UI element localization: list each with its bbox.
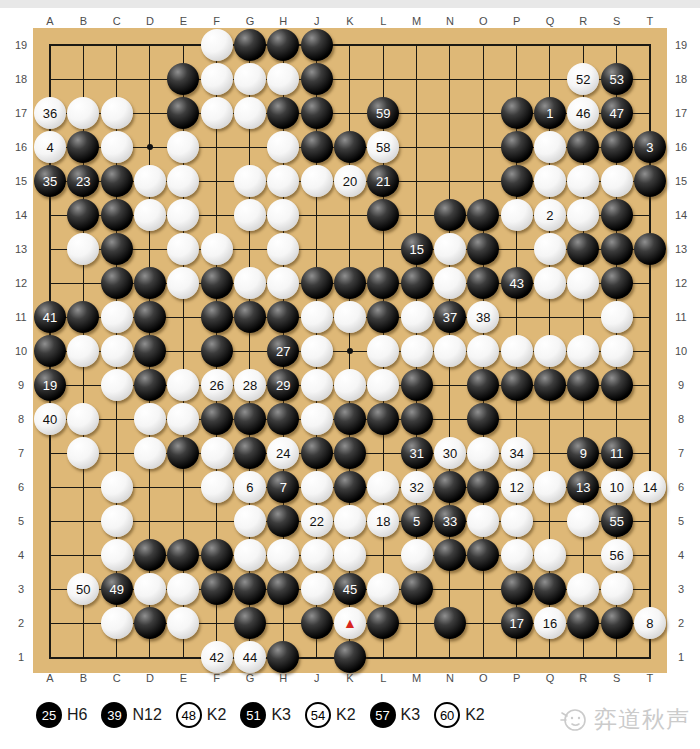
stone-J3: [301, 573, 333, 605]
stone-G15: [234, 165, 266, 197]
move-number: 45: [343, 583, 357, 596]
stone-F11: [201, 301, 233, 333]
move-number: 6: [246, 481, 253, 494]
caption-point-54: K2: [336, 706, 356, 724]
stone-P7: 34: [501, 437, 533, 469]
triangle-mark: ▲: [343, 616, 357, 630]
stone-J5: 22: [301, 505, 333, 537]
stone-P9: [501, 369, 533, 401]
stone-P5: [501, 505, 533, 537]
stone-M9: [401, 369, 433, 401]
stone-G14: [234, 199, 266, 231]
stone-G6: 6: [234, 471, 266, 503]
stone-F19: [201, 29, 233, 61]
coord-bottom-H: H: [279, 672, 287, 684]
coord-right-2: 2: [678, 617, 684, 629]
coord-left-13: 13: [15, 243, 27, 255]
coord-left-3: 3: [18, 583, 24, 595]
stone-S11: [601, 301, 633, 333]
stone-D10: [134, 335, 166, 367]
coord-right-8: 8: [678, 413, 684, 425]
stone-S10: [601, 335, 633, 367]
stone-S6: 10: [601, 471, 633, 503]
stone-M10: [401, 335, 433, 367]
stone-A15: 35: [34, 165, 66, 197]
stone-K11: [334, 301, 366, 333]
stone-P12: 43: [501, 267, 533, 299]
coord-right-19: 19: [675, 39, 687, 51]
stone-S9: [601, 369, 633, 401]
caption-stone-48: 48: [176, 702, 202, 728]
coord-top-R: R: [579, 15, 587, 27]
coord-right-4: 4: [678, 549, 684, 561]
stone-N6: [434, 471, 466, 503]
stone-N4: [434, 539, 466, 571]
go-diagram-page: AABBCCDDEEFFGGHHJJKKLLMMNNOOPPQQRRSSTT19…: [0, 0, 700, 749]
stone-S2: [601, 607, 633, 639]
coord-bottom-S: S: [613, 672, 620, 684]
stone-C17: [101, 97, 133, 129]
move-number: 50: [76, 583, 90, 596]
stone-M12: [401, 267, 433, 299]
stone-A8: 40: [34, 403, 66, 435]
stone-Q16: [534, 131, 566, 163]
caption-stone-54: 54: [305, 702, 331, 728]
stone-Q6: [534, 471, 566, 503]
coord-right-12: 12: [675, 277, 687, 289]
stone-K16: [334, 131, 366, 163]
stone-N10: [434, 335, 466, 367]
coord-right-10: 10: [675, 345, 687, 357]
move-number: 38: [476, 311, 490, 324]
stone-K6: [334, 471, 366, 503]
stone-G7: [234, 437, 266, 469]
move-number: 31: [409, 447, 423, 460]
caption-stone-39: 39: [101, 702, 127, 728]
coord-left-2: 2: [18, 617, 24, 629]
coord-bottom-F: F: [213, 672, 220, 684]
star-point-D16: [147, 144, 153, 150]
caption-point-48: K2: [207, 706, 227, 724]
move-number: 49: [109, 583, 123, 596]
stone-C12: [101, 267, 133, 299]
stone-Q15: [534, 165, 566, 197]
caption-point-51: K3: [271, 706, 291, 724]
coord-bottom-J: J: [314, 672, 320, 684]
stone-M13: 15: [401, 233, 433, 265]
move-number: 37: [443, 311, 457, 324]
stone-G8: [234, 403, 266, 435]
stone-K2: ▲: [334, 607, 366, 639]
stone-J7: [301, 437, 333, 469]
move-number: 42: [209, 651, 223, 664]
move-number: 32: [409, 481, 423, 494]
move-number: 2: [546, 209, 553, 222]
stone-D7: [134, 437, 166, 469]
move-number: 56: [609, 549, 623, 562]
coord-left-18: 18: [15, 73, 27, 85]
stone-G2: [234, 607, 266, 639]
caption-stone-57: 57: [370, 702, 396, 728]
coord-top-T: T: [647, 15, 654, 27]
move-number: 22: [309, 515, 323, 528]
coord-top-G: G: [246, 15, 255, 27]
stone-N11: 37: [434, 301, 466, 333]
stone-G11: [234, 301, 266, 333]
coord-top-J: J: [314, 15, 320, 27]
move-number: 16: [543, 617, 557, 630]
stone-S15: [601, 165, 633, 197]
move-number: 8: [646, 617, 653, 630]
move-number: 14: [643, 481, 657, 494]
move-number: 26: [209, 379, 223, 392]
coord-top-O: O: [479, 15, 488, 27]
stone-C15: [101, 165, 133, 197]
stone-M5: 5: [401, 505, 433, 537]
coord-top-D: D: [146, 15, 154, 27]
stone-S16: [601, 131, 633, 163]
move-number: 58: [376, 141, 390, 154]
coord-bottom-N: N: [446, 672, 454, 684]
coord-right-16: 16: [675, 141, 687, 153]
stone-A9: 19: [34, 369, 66, 401]
stone-F12: [201, 267, 233, 299]
stone-S17: 47: [601, 97, 633, 129]
move-number: 46: [576, 107, 590, 120]
move-number: 3: [646, 141, 653, 154]
coord-top-P: P: [513, 15, 520, 27]
coord-top-E: E: [180, 15, 187, 27]
stone-F1: 42: [201, 641, 233, 673]
stone-D4: [134, 539, 166, 571]
stone-F18: [201, 63, 233, 95]
stone-M3: [401, 573, 433, 605]
coord-top-F: F: [213, 15, 220, 27]
stone-P2: 17: [501, 607, 533, 639]
stone-Q2: 16: [534, 607, 566, 639]
stone-J16: [301, 131, 333, 163]
stone-T16: 3: [634, 131, 666, 163]
stone-K5: [334, 505, 366, 537]
stone-S4: 56: [601, 539, 633, 571]
caption-point-57: K3: [401, 706, 421, 724]
stone-N7: 30: [434, 437, 466, 469]
stone-F13: [201, 233, 233, 265]
stone-K1: [334, 641, 366, 673]
coord-left-4: 4: [18, 549, 24, 561]
move-number: 1: [546, 107, 553, 120]
move-number: 21: [376, 175, 390, 188]
stone-A17: 36: [34, 97, 66, 129]
stone-Q3: [534, 573, 566, 605]
caption-stone-51: 51: [240, 702, 266, 728]
move-number: 17: [509, 617, 523, 630]
move-number: 43: [509, 277, 523, 290]
stone-F17: [201, 97, 233, 129]
move-number: 40: [43, 413, 57, 426]
coord-bottom-C: C: [113, 672, 121, 684]
stone-J15: [301, 165, 333, 197]
stone-S14: [601, 199, 633, 231]
stone-T6: 14: [634, 471, 666, 503]
coord-right-1: 1: [678, 651, 684, 663]
coord-bottom-L: L: [380, 672, 386, 684]
move-number: 9: [580, 447, 587, 460]
stone-Q4: [534, 539, 566, 571]
coord-top-N: N: [446, 15, 454, 27]
coord-right-7: 7: [678, 447, 684, 459]
stone-N13: [434, 233, 466, 265]
coord-left-6: 6: [18, 481, 24, 493]
stone-A11: 41: [34, 301, 66, 333]
caption-stone-25: 25: [36, 702, 62, 728]
stone-K9: [334, 369, 366, 401]
coord-right-13: 13: [675, 243, 687, 255]
move-number: 5: [413, 515, 420, 528]
stone-K7: [334, 437, 366, 469]
stone-C6: [101, 471, 133, 503]
coord-left-8: 8: [18, 413, 24, 425]
stone-C9: [101, 369, 133, 401]
coord-bottom-A: A: [46, 672, 53, 684]
stone-M4: [401, 539, 433, 571]
logo: 弈道秋声: [558, 703, 690, 735]
stone-M8: [401, 403, 433, 435]
coord-top-A: A: [46, 15, 53, 27]
stone-D8: [134, 403, 166, 435]
stone-F7: [201, 437, 233, 469]
coord-left-7: 7: [18, 447, 24, 459]
coord-left-15: 15: [15, 175, 27, 187]
stone-N12: [434, 267, 466, 299]
caption-moves: 25H639N1248K251K354K257K360K2: [36, 701, 499, 729]
stone-D11: [134, 301, 166, 333]
coord-bottom-T: T: [647, 672, 654, 684]
move-number: 12: [509, 481, 523, 494]
stone-S7: 11: [601, 437, 633, 469]
coord-bottom-D: D: [146, 672, 154, 684]
stone-K4: [334, 539, 366, 571]
move-number: 30: [443, 447, 457, 460]
stone-C2: [101, 607, 133, 639]
stone-S5: 55: [601, 505, 633, 537]
stone-A10: [34, 335, 66, 367]
stone-J11: [301, 301, 333, 333]
stone-G18: [234, 63, 266, 95]
stone-Q12: [534, 267, 566, 299]
top-divider: [0, 0, 700, 8]
coord-top-B: B: [80, 15, 87, 27]
stone-G17: [234, 97, 266, 129]
stone-Q10: [534, 335, 566, 367]
move-number: 4: [46, 141, 53, 154]
stone-S3: [601, 573, 633, 605]
coord-top-M: M: [412, 15, 421, 27]
coord-left-17: 17: [15, 107, 27, 119]
stone-D15: [134, 165, 166, 197]
stone-N2: [434, 607, 466, 639]
move-number: 19: [43, 379, 57, 392]
stone-K12: [334, 267, 366, 299]
coord-top-C: C: [113, 15, 121, 27]
coord-right-17: 17: [675, 107, 687, 119]
move-number: 47: [609, 107, 623, 120]
stone-Q9: [534, 369, 566, 401]
stone-G3: [234, 573, 266, 605]
stone-G9: 28: [234, 369, 266, 401]
coord-top-L: L: [380, 15, 386, 27]
stone-P17: [501, 97, 533, 129]
stone-N14: [434, 199, 466, 231]
coord-left-5: 5: [18, 515, 24, 527]
stone-C14: [101, 199, 133, 231]
stone-T13: [634, 233, 666, 265]
coord-bottom-E: E: [180, 672, 187, 684]
stone-T2: 8: [634, 607, 666, 639]
stone-C5: [101, 505, 133, 537]
stone-P3: [501, 573, 533, 605]
stone-J19: [301, 29, 333, 61]
caption-point-25: H6: [67, 706, 87, 724]
move-number: 18: [376, 515, 390, 528]
move-number: 34: [509, 447, 523, 460]
coord-right-6: 6: [678, 481, 684, 493]
stone-M6: 32: [401, 471, 433, 503]
move-number: 15: [409, 243, 423, 256]
stone-F10: [201, 335, 233, 367]
stone-J9: [301, 369, 333, 401]
stone-F6: [201, 471, 233, 503]
logo-text: 弈道秋声: [594, 704, 690, 735]
coord-right-15: 15: [675, 175, 687, 187]
coord-left-19: 19: [15, 39, 27, 51]
move-number: 44: [243, 651, 257, 664]
star-point-K10: [347, 348, 353, 354]
coord-left-12: 12: [15, 277, 27, 289]
coord-left-14: 14: [15, 209, 27, 221]
stone-S18: 53: [601, 63, 633, 95]
stone-J6: [301, 471, 333, 503]
stone-D2: [134, 607, 166, 639]
stone-G5: [234, 505, 266, 537]
move-number: 52: [576, 73, 590, 86]
stone-J17: [301, 97, 333, 129]
stone-F3: [201, 573, 233, 605]
coord-right-9: 9: [678, 379, 684, 391]
stone-K15: 20: [334, 165, 366, 197]
stone-P15: [501, 165, 533, 197]
stone-C16: [101, 131, 133, 163]
stone-J8: [301, 403, 333, 435]
coord-right-11: 11: [675, 311, 686, 323]
coord-bottom-O: O: [479, 672, 488, 684]
move-number: 10: [609, 481, 623, 494]
move-number: 23: [76, 175, 90, 188]
stone-A16: 4: [34, 131, 66, 163]
coord-right-5: 5: [678, 515, 684, 527]
stone-G4: [234, 539, 266, 571]
move-number: 29: [276, 379, 290, 392]
stone-S13: [601, 233, 633, 265]
stone-J10: [301, 335, 333, 367]
move-number: 59: [376, 107, 390, 120]
stone-F4: [201, 539, 233, 571]
stone-D12: [134, 267, 166, 299]
move-number: 33: [443, 515, 457, 528]
stone-G1: 44: [234, 641, 266, 673]
stone-P6: 12: [501, 471, 533, 503]
stone-P14: [501, 199, 533, 231]
stone-D3: [134, 573, 166, 605]
stone-F8: [201, 403, 233, 435]
stone-G19: [234, 29, 266, 61]
stone-Q17: 1: [534, 97, 566, 129]
coord-left-9: 9: [18, 379, 24, 391]
move-number: 28: [243, 379, 257, 392]
stone-S12: [601, 267, 633, 299]
stone-J12: [301, 267, 333, 299]
stone-D9: [134, 369, 166, 401]
stone-T15: [634, 165, 666, 197]
stone-N5: 33: [434, 505, 466, 537]
stone-P16: [501, 131, 533, 163]
stone-Q13: [534, 233, 566, 265]
move-number: 35: [43, 175, 57, 188]
coord-left-1: 1: [18, 651, 24, 663]
stone-J4: [301, 539, 333, 571]
coord-bottom-P: P: [513, 672, 520, 684]
caption-stone-60: 60: [434, 702, 460, 728]
stone-D14: [134, 199, 166, 231]
move-number: 36: [43, 107, 57, 120]
caption-point-60: K2: [465, 706, 485, 724]
move-number: 11: [610, 447, 624, 460]
move-number: 53: [609, 73, 623, 86]
stone-M7: 31: [401, 437, 433, 469]
stone-Q14: 2: [534, 199, 566, 231]
coord-bottom-R: R: [579, 672, 587, 684]
coord-bottom-Q: Q: [546, 672, 555, 684]
move-number: 55: [609, 515, 623, 528]
coord-left-11: 11: [15, 311, 26, 323]
coord-left-10: 10: [15, 345, 27, 357]
coord-top-Q: Q: [546, 15, 555, 27]
move-number: 41: [43, 311, 57, 324]
stone-C3: 49: [101, 573, 133, 605]
coord-bottom-K: K: [346, 672, 353, 684]
stone-J2: [301, 607, 333, 639]
stone-K3: 45: [334, 573, 366, 605]
stone-F9: 26: [201, 369, 233, 401]
coord-bottom-G: G: [246, 672, 255, 684]
stone-M11: [401, 301, 433, 333]
caption-point-39: N12: [132, 706, 161, 724]
coord-bottom-B: B: [80, 672, 87, 684]
stone-J18: [301, 63, 333, 95]
move-number: 24: [276, 447, 290, 460]
coord-top-S: S: [613, 15, 620, 27]
coord-right-3: 3: [678, 583, 684, 595]
coord-bottom-M: M: [412, 672, 421, 684]
stone-P10: [501, 335, 533, 367]
coord-top-K: K: [346, 15, 353, 27]
move-number: 20: [343, 175, 357, 188]
stone-K8: [334, 403, 366, 435]
stone-P4: [501, 539, 533, 571]
stone-C13: [101, 233, 133, 265]
logo-mascot-icon: [558, 703, 590, 735]
move-number: 13: [576, 481, 590, 494]
